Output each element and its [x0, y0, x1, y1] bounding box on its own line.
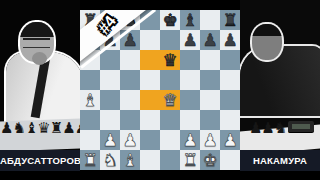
square-a1: ♜ [80, 150, 100, 170]
square-f2: ♟ [180, 130, 200, 150]
square-g6 [200, 50, 220, 70]
lanyard [31, 56, 51, 119]
square-c1: ♝ [120, 150, 140, 170]
square-a4: ♝ [80, 90, 100, 110]
right-player-name: НАКАМУРА [240, 150, 320, 171]
left-player-photo: ♟♞♝♛♜♟♟ [0, 0, 80, 150]
square-g3 [200, 110, 220, 130]
square-e8: ♚ [160, 10, 180, 30]
white-rook-f1: ♜ [182, 150, 197, 170]
white-pawn-g2: ♟ [202, 130, 217, 150]
square-a2 [80, 130, 100, 150]
white-knight-b1: ♞ [102, 150, 117, 170]
square-g7: ♟ [200, 30, 220, 50]
square-h7: ♟ [220, 30, 240, 50]
square-h2: ♟ [220, 130, 240, 150]
square-f1: ♜ [180, 150, 200, 170]
square-b1: ♞ [100, 150, 120, 170]
captured-pieces-left: ♟♞♝♛♜♟♟ [0, 121, 80, 136]
square-d6 [140, 50, 160, 70]
square-a3 [80, 110, 100, 130]
square-e7 [160, 30, 180, 50]
left-player-name: АБДУСАТТОРОВ [0, 150, 80, 171]
square-d1 [140, 150, 160, 170]
white-pawn-b2: ♟ [102, 130, 117, 150]
square-b5 [100, 70, 120, 90]
player-hair [20, 22, 54, 37]
square-b2: ♟ [100, 130, 120, 150]
square-d4 [140, 90, 160, 110]
square-h4 [220, 90, 240, 110]
square-g4 [200, 90, 220, 110]
square-f3 [180, 110, 200, 130]
white-pawn-c2: ♟ [122, 130, 137, 150]
white-pawn-f2: ♟ [182, 130, 197, 150]
square-h6 [220, 50, 240, 70]
chess-clock [288, 121, 314, 132]
white-rook-a1: ♜ [82, 150, 97, 170]
right-player-photo: ♟♟♞♜♟ [240, 0, 320, 150]
glasses [23, 38, 50, 48]
square-d3 [140, 110, 160, 130]
square-d5 [140, 70, 160, 90]
player-hair [252, 24, 282, 36]
square-h5 [220, 70, 240, 90]
black-pawn-f7: ♟ [182, 30, 197, 50]
square-h8: ♜ [220, 10, 240, 30]
square-f8: ♝ [180, 10, 200, 30]
player-hand [32, 52, 47, 65]
square-c5 [120, 70, 140, 90]
white-pawn-h2: ♟ [222, 130, 237, 150]
square-c4 [120, 90, 140, 110]
square-d2 [140, 130, 160, 150]
square-e4: ♛ [160, 90, 180, 110]
square-b4 [100, 90, 120, 110]
square-e2 [160, 130, 180, 150]
square-a5 [80, 70, 100, 90]
square-g5 [200, 70, 220, 90]
chess-board: ♜♞♚♝♜♟♟♟♟♟♟♛♝♛♟♟♟♟♟♜♞♝♜♚ #4 [80, 10, 240, 170]
square-e5 [160, 70, 180, 90]
square-e1 [160, 150, 180, 170]
square-g2: ♟ [200, 130, 220, 150]
player-head [252, 24, 282, 60]
square-e3 [160, 110, 180, 130]
white-bishop-a4: ♝ [82, 90, 97, 110]
square-f4 [180, 90, 200, 110]
square-g1: ♚ [200, 150, 220, 170]
black-pawn-h7: ♟ [222, 30, 237, 50]
square-b6 [100, 50, 120, 70]
square-c2: ♟ [120, 130, 140, 150]
white-queen-e4: ♛ [162, 90, 177, 110]
player-shirt [240, 46, 320, 116]
square-c3 [120, 110, 140, 130]
left-player-panel: ♟♞♝♛♜♟♟ АБДУСАТТОРОВ [0, 0, 80, 180]
square-f6 [180, 50, 200, 70]
black-bishop-f8: ♝ [182, 10, 197, 30]
square-h1 [220, 150, 240, 170]
black-pawn-g7: ♟ [202, 30, 217, 50]
white-bishop-c1: ♝ [122, 150, 137, 170]
square-d7 [140, 30, 160, 50]
black-king-e8: ♚ [162, 10, 177, 30]
square-b3 [100, 110, 120, 130]
white-king-g1: ♚ [202, 150, 217, 170]
black-queen-e6: ♛ [162, 50, 177, 70]
episode-badge: #4 [94, 12, 119, 37]
square-h3 [220, 110, 240, 130]
square-c6 [120, 50, 140, 70]
right-player-panel: ♟♟♞♜♟ НАКАМУРА [240, 0, 320, 180]
square-e6: ♛ [160, 50, 180, 70]
black-rook-h8: ♜ [222, 10, 237, 30]
square-f7: ♟ [180, 30, 200, 50]
square-g8 [200, 10, 220, 30]
square-f5 [180, 70, 200, 90]
video-thumbnail: ♟♞♝♛♜♟♟ АБДУСАТТОРОВ ♜♞♚♝♜♟♟♟♟♟♟♛♝♛♟♟♟♟♟… [0, 0, 320, 180]
